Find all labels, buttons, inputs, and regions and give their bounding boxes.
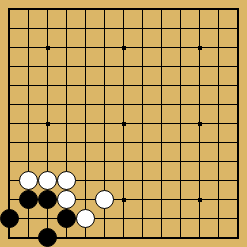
intersection[interactable] <box>228 38 247 57</box>
intersection[interactable] <box>76 57 95 76</box>
intersection[interactable] <box>57 95 76 114</box>
black-stone <box>57 209 76 228</box>
intersection[interactable] <box>57 133 76 152</box>
intersection[interactable] <box>171 171 190 190</box>
intersection[interactable] <box>133 228 152 247</box>
intersection[interactable] <box>209 190 228 209</box>
intersection[interactable] <box>171 19 190 38</box>
intersection[interactable] <box>95 57 114 76</box>
intersection[interactable] <box>19 76 38 95</box>
black-stone <box>38 228 57 247</box>
intersection[interactable] <box>190 19 209 38</box>
intersection[interactable] <box>0 76 19 95</box>
intersection[interactable] <box>38 228 57 247</box>
intersection[interactable] <box>0 19 19 38</box>
intersection[interactable] <box>0 190 19 209</box>
intersection[interactable] <box>209 209 228 228</box>
intersection[interactable] <box>152 228 171 247</box>
intersection[interactable] <box>38 190 57 209</box>
intersection[interactable] <box>190 114 209 133</box>
intersection[interactable] <box>0 114 19 133</box>
intersection[interactable] <box>152 209 171 228</box>
intersection[interactable] <box>0 152 19 171</box>
intersection[interactable] <box>209 152 228 171</box>
intersection[interactable] <box>95 209 114 228</box>
intersection[interactable] <box>114 95 133 114</box>
intersection[interactable] <box>152 171 171 190</box>
intersection[interactable] <box>114 114 133 133</box>
intersection[interactable] <box>57 209 76 228</box>
intersection[interactable] <box>171 114 190 133</box>
intersection[interactable] <box>152 38 171 57</box>
intersection[interactable] <box>152 114 171 133</box>
intersection[interactable] <box>190 38 209 57</box>
intersection[interactable] <box>190 152 209 171</box>
intersection[interactable] <box>114 38 133 57</box>
intersection[interactable] <box>19 114 38 133</box>
intersection[interactable] <box>133 152 152 171</box>
intersection[interactable] <box>190 190 209 209</box>
intersection[interactable] <box>209 57 228 76</box>
white-stone <box>76 209 95 228</box>
intersection[interactable] <box>38 0 57 19</box>
intersection[interactable] <box>190 76 209 95</box>
white-stone <box>95 190 114 209</box>
intersection[interactable] <box>95 171 114 190</box>
intersection[interactable] <box>57 38 76 57</box>
intersection[interactable] <box>114 190 133 209</box>
intersection[interactable] <box>152 95 171 114</box>
intersection[interactable] <box>228 114 247 133</box>
intersection[interactable] <box>38 38 57 57</box>
intersection[interactable] <box>152 19 171 38</box>
intersection[interactable] <box>95 190 114 209</box>
star-point <box>122 46 126 50</box>
intersection[interactable] <box>152 0 171 19</box>
intersection[interactable] <box>228 133 247 152</box>
intersection[interactable] <box>76 95 95 114</box>
intersection[interactable] <box>19 95 38 114</box>
intersection[interactable] <box>114 133 133 152</box>
intersection[interactable] <box>19 38 38 57</box>
intersection[interactable] <box>133 209 152 228</box>
intersection[interactable] <box>133 171 152 190</box>
intersection[interactable] <box>171 209 190 228</box>
intersection[interactable] <box>38 76 57 95</box>
intersection[interactable] <box>19 171 38 190</box>
intersection[interactable] <box>190 171 209 190</box>
intersection[interactable] <box>114 76 133 95</box>
intersection[interactable] <box>190 228 209 247</box>
white-stone <box>57 190 76 209</box>
intersection[interactable] <box>76 228 95 247</box>
intersection[interactable] <box>0 38 19 57</box>
intersection[interactable] <box>0 57 19 76</box>
intersection[interactable] <box>38 133 57 152</box>
intersection[interactable] <box>76 0 95 19</box>
go-board-grid <box>0 0 247 247</box>
intersection[interactable] <box>133 133 152 152</box>
intersection[interactable] <box>209 171 228 190</box>
intersection[interactable] <box>0 133 19 152</box>
intersection[interactable] <box>133 114 152 133</box>
intersection[interactable] <box>95 19 114 38</box>
intersection[interactable] <box>57 0 76 19</box>
intersection[interactable] <box>171 190 190 209</box>
intersection[interactable] <box>95 38 114 57</box>
white-stone <box>19 171 38 190</box>
intersection[interactable] <box>57 171 76 190</box>
intersection[interactable] <box>19 209 38 228</box>
intersection[interactable] <box>114 57 133 76</box>
intersection[interactable] <box>133 57 152 76</box>
intersection[interactable] <box>114 152 133 171</box>
intersection[interactable] <box>133 19 152 38</box>
intersection[interactable] <box>114 209 133 228</box>
intersection[interactable] <box>38 19 57 38</box>
intersection[interactable] <box>190 209 209 228</box>
intersection[interactable] <box>171 228 190 247</box>
star-point <box>198 122 202 126</box>
intersection[interactable] <box>133 76 152 95</box>
star-point <box>198 46 202 50</box>
intersection[interactable] <box>190 95 209 114</box>
intersection[interactable] <box>19 190 38 209</box>
intersection[interactable] <box>38 171 57 190</box>
intersection[interactable] <box>95 152 114 171</box>
intersection[interactable] <box>19 152 38 171</box>
intersection[interactable] <box>38 152 57 171</box>
intersection[interactable] <box>76 133 95 152</box>
intersection[interactable] <box>57 190 76 209</box>
intersection[interactable] <box>114 228 133 247</box>
intersection[interactable] <box>38 95 57 114</box>
intersection[interactable] <box>190 133 209 152</box>
intersection[interactable] <box>19 0 38 19</box>
intersection[interactable] <box>0 228 19 247</box>
intersection[interactable] <box>95 76 114 95</box>
intersection[interactable] <box>95 114 114 133</box>
intersection[interactable] <box>114 0 133 19</box>
intersection[interactable] <box>228 19 247 38</box>
intersection[interactable] <box>57 228 76 247</box>
intersection[interactable] <box>190 0 209 19</box>
intersection[interactable] <box>171 133 190 152</box>
intersection[interactable] <box>209 0 228 19</box>
intersection[interactable] <box>0 95 19 114</box>
intersection[interactable] <box>114 171 133 190</box>
intersection[interactable] <box>171 152 190 171</box>
black-stone <box>38 190 57 209</box>
intersection[interactable] <box>0 209 19 228</box>
go-diagram <box>0 0 247 247</box>
intersection[interactable] <box>0 171 19 190</box>
intersection[interactable] <box>57 19 76 38</box>
black-stone <box>19 190 38 209</box>
intersection[interactable] <box>152 133 171 152</box>
black-stone <box>0 209 19 228</box>
intersection[interactable] <box>209 95 228 114</box>
intersection[interactable] <box>209 228 228 247</box>
intersection[interactable] <box>133 95 152 114</box>
intersection[interactable] <box>133 38 152 57</box>
intersection[interactable] <box>171 76 190 95</box>
intersection[interactable] <box>76 76 95 95</box>
intersection[interactable] <box>19 133 38 152</box>
intersection[interactable] <box>209 114 228 133</box>
white-stone <box>38 171 57 190</box>
intersection[interactable] <box>57 152 76 171</box>
white-stone <box>57 171 76 190</box>
intersection[interactable] <box>57 76 76 95</box>
intersection[interactable] <box>152 76 171 95</box>
intersection[interactable] <box>171 57 190 76</box>
intersection[interactable] <box>228 152 247 171</box>
intersection[interactable] <box>171 38 190 57</box>
intersection[interactable] <box>57 57 76 76</box>
intersection[interactable] <box>19 19 38 38</box>
star-point <box>46 122 50 126</box>
intersection[interactable] <box>95 0 114 19</box>
intersection[interactable] <box>19 228 38 247</box>
intersection[interactable] <box>228 95 247 114</box>
intersection[interactable] <box>209 19 228 38</box>
intersection[interactable] <box>152 152 171 171</box>
intersection[interactable] <box>114 19 133 38</box>
intersection[interactable] <box>152 57 171 76</box>
intersection[interactable] <box>19 57 38 76</box>
intersection[interactable] <box>228 171 247 190</box>
intersection[interactable] <box>133 0 152 19</box>
intersection[interactable] <box>76 171 95 190</box>
intersection[interactable] <box>228 0 247 19</box>
intersection[interactable] <box>209 76 228 95</box>
intersection[interactable] <box>95 228 114 247</box>
intersection[interactable] <box>228 76 247 95</box>
intersection[interactable] <box>171 0 190 19</box>
intersection[interactable] <box>38 57 57 76</box>
intersection[interactable] <box>76 38 95 57</box>
intersection[interactable] <box>228 190 247 209</box>
intersection[interactable] <box>38 114 57 133</box>
intersection[interactable] <box>190 57 209 76</box>
star-point <box>198 198 202 202</box>
intersection[interactable] <box>152 190 171 209</box>
intersection[interactable] <box>228 209 247 228</box>
intersection[interactable] <box>228 228 247 247</box>
intersection[interactable] <box>95 133 114 152</box>
intersection[interactable] <box>76 114 95 133</box>
star-point <box>46 46 50 50</box>
intersection[interactable] <box>228 57 247 76</box>
intersection[interactable] <box>76 152 95 171</box>
intersection[interactable] <box>209 133 228 152</box>
intersection[interactable] <box>76 190 95 209</box>
intersection[interactable] <box>171 95 190 114</box>
intersection[interactable] <box>38 209 57 228</box>
intersection[interactable] <box>57 114 76 133</box>
star-point <box>122 198 126 202</box>
intersection[interactable] <box>76 19 95 38</box>
intersection[interactable] <box>95 95 114 114</box>
intersection[interactable] <box>209 38 228 57</box>
intersection[interactable] <box>0 0 19 19</box>
star-point <box>122 122 126 126</box>
intersection[interactable] <box>133 190 152 209</box>
intersection[interactable] <box>76 209 95 228</box>
